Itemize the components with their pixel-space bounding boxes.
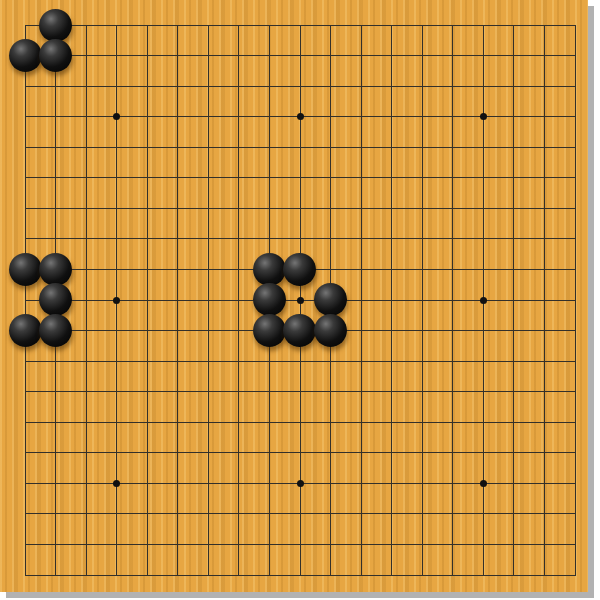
black-stone (9, 39, 42, 72)
go-board[interactable] (0, 0, 588, 592)
black-stone (39, 253, 72, 286)
black-stone (253, 314, 286, 347)
black-stone (314, 314, 347, 347)
black-stone (9, 253, 42, 286)
black-stone (39, 9, 72, 42)
stones-layer (10, 10, 590, 590)
black-stone (39, 283, 72, 316)
black-stone (253, 253, 286, 286)
black-stone (39, 314, 72, 347)
black-stone (283, 253, 316, 286)
black-stone (253, 283, 286, 316)
black-stone (283, 314, 316, 347)
black-stone (314, 283, 347, 316)
page (0, 0, 600, 600)
black-stone (39, 39, 72, 72)
black-stone (9, 314, 42, 347)
